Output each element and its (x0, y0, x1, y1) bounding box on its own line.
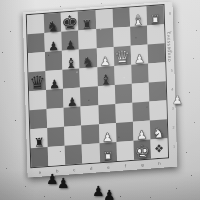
square-f8[interactable] (112, 8, 130, 28)
photo-scene: ♞♚♜♝♜♟♟♝♞♟♛♟♛♟♝♟♜♟♟♞♜♚❖ abcdefgh 8765432… (0, 0, 200, 200)
square-g2[interactable]: ♟ (133, 120, 151, 140)
rank-label-8: 8 (169, 5, 172, 24)
square-h4[interactable] (149, 81, 167, 101)
square-a2[interactable]: ♜ (30, 128, 48, 148)
square-e3[interactable] (98, 104, 116, 124)
square-f7[interactable] (113, 27, 131, 47)
piece-white-bishop-g8[interactable]: ♝ (132, 13, 145, 28)
file-label-d: d (83, 166, 100, 171)
piece-white-pawn-e2[interactable]: ♟ (102, 131, 113, 144)
square-d2[interactable] (81, 124, 99, 144)
piece-white-knight-h2[interactable]: ♞ (152, 125, 165, 140)
rank-label-2: 2 (172, 119, 175, 138)
piece-white-rook-e1[interactable]: ♜ (103, 150, 114, 163)
piece-white-pawn-g6[interactable]: ♟ (134, 53, 145, 66)
file-label-g: g (134, 162, 151, 167)
square-g1[interactable]: ♚ (133, 139, 151, 159)
square-h3[interactable] (149, 100, 167, 120)
square-d6[interactable]: ♞ (79, 48, 97, 68)
square-e7[interactable] (96, 28, 114, 48)
piece-black-bishop-e5[interactable]: ♝ (99, 72, 112, 87)
rank-label-1: 1 (173, 138, 176, 157)
piece-white-king-g1[interactable]: ♚ (134, 143, 150, 161)
square-h2[interactable]: ♞ (150, 119, 168, 139)
file-label-c: c (66, 167, 83, 172)
piece-black-king-c8[interactable]: ♚ (61, 12, 79, 32)
piece-black-pawn-b7[interactable]: ♟ (48, 40, 59, 53)
square-c1[interactable] (65, 144, 83, 164)
piece-black-rook-d8[interactable]: ♜ (81, 18, 92, 31)
board-corner-logo-icon: ❖ (154, 142, 164, 154)
square-f1[interactable] (116, 141, 134, 161)
square-e6[interactable]: ♟ (96, 47, 114, 67)
piece-black-pawn-c7[interactable]: ♟ (65, 39, 76, 52)
square-g8[interactable]: ♝ (129, 6, 147, 26)
square-a8[interactable] (27, 14, 45, 34)
square-d8[interactable]: ♜ (78, 10, 96, 30)
square-e2[interactable]: ♟ (99, 123, 117, 143)
rank-label-5: 5 (170, 62, 173, 81)
square-f6[interactable]: ♛ (113, 46, 131, 66)
square-c4[interactable]: ♟ (63, 87, 81, 107)
square-d3[interactable] (81, 105, 99, 125)
square-f2[interactable] (116, 122, 134, 142)
piece-black-pawn-c4[interactable]: ♟ (67, 96, 78, 109)
square-e8[interactable] (95, 9, 113, 29)
chess-board: ♞♚♜♝♜♟♟♝♞♟♛♟♛♟♝♟♜♟♟♞♜♚❖ abcdefgh 8765432… (23, 1, 177, 177)
square-h6[interactable] (148, 43, 166, 63)
piece-black-pawn-b5[interactable]: ♟ (49, 78, 60, 91)
board-speckles (23, 12, 24, 13)
square-b8[interactable]: ♞ (44, 13, 62, 33)
piece-black-queen-a5[interactable]: ♛ (29, 73, 46, 92)
captured-piece-black-pawn-1[interactable]: ♟ (57, 176, 70, 190)
board-grid: ♞♚♜♝♜♟♟♝♞♟♛♟♛♟♝♟♜♟♟♞♜♚❖ (27, 5, 168, 167)
square-g6[interactable]: ♟ (130, 44, 148, 64)
captured-piece-black-pawn-3[interactable]: ♟ (103, 188, 116, 200)
piece-black-knight-b8[interactable]: ♞ (46, 19, 59, 34)
captured-piece-white-pawn-4[interactable]: ♟ (172, 94, 183, 106)
square-a6[interactable] (28, 52, 46, 72)
square-h5[interactable] (148, 62, 166, 82)
piece-white-pawn-e6[interactable]: ♟ (100, 55, 111, 68)
square-c2[interactable] (64, 125, 82, 145)
square-h8[interactable]: ♜ (146, 5, 164, 25)
piece-white-rook-h8[interactable]: ♜ (150, 13, 161, 26)
file-label-f: f (117, 164, 134, 169)
piece-white-pawn-g2[interactable]: ♟ (136, 129, 147, 142)
square-b2[interactable] (47, 127, 65, 147)
square-a5[interactable]: ♛ (29, 71, 47, 91)
square-b3[interactable] (47, 108, 65, 128)
square-f4[interactable] (114, 84, 132, 104)
square-c8[interactable]: ♚ (61, 11, 79, 31)
piece-black-bishop-c6[interactable]: ♝ (65, 56, 78, 71)
rank-labels: 87654321 (169, 5, 176, 157)
square-a3[interactable] (30, 109, 48, 129)
square-a7[interactable] (27, 33, 45, 53)
piece-black-knight-d6[interactable]: ♞ (82, 54, 95, 69)
square-d4[interactable] (80, 86, 98, 106)
square-g4[interactable] (132, 82, 150, 102)
square-d1[interactable] (82, 143, 100, 163)
piece-black-rook-a2[interactable]: ♜ (34, 136, 45, 149)
dust-speckles (0, 0, 1, 1)
piece-white-queen-f6[interactable]: ♛ (114, 48, 131, 67)
square-f3[interactable] (115, 103, 133, 123)
square-g3[interactable] (132, 101, 150, 121)
board-brand-text: CHESSBOARD (166, 32, 171, 63)
file-label-h: h (151, 161, 168, 166)
square-b5[interactable]: ♟ (46, 70, 64, 90)
square-b1[interactable] (48, 146, 66, 166)
file-label-e: e (100, 165, 117, 170)
